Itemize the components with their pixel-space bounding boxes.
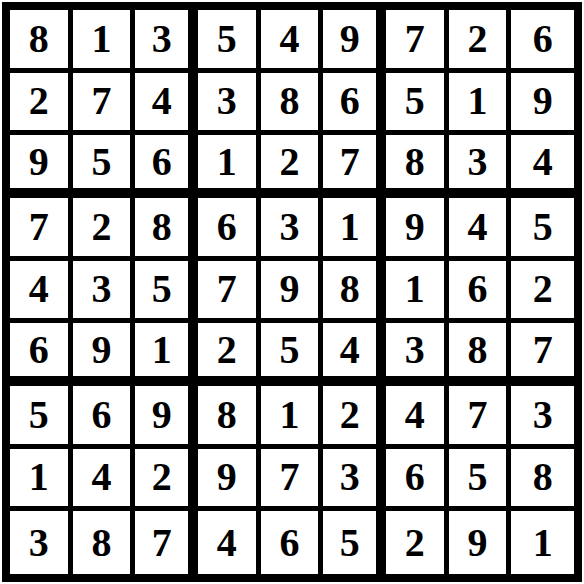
cell-r4c4[interactable]: 6 — [198, 198, 261, 261]
cell-r8c6[interactable]: 3 — [323, 449, 386, 512]
cell-r6c2[interactable]: 9 — [73, 323, 136, 386]
cell-r3c1[interactable]: 9 — [10, 135, 73, 198]
cell-r5c1[interactable]: 4 — [10, 261, 73, 324]
cell-r7c9[interactable]: 3 — [511, 386, 574, 449]
cell-r2c6[interactable]: 6 — [323, 73, 386, 136]
cell-r8c7[interactable]: 6 — [386, 449, 449, 512]
cell-r4c3[interactable]: 8 — [135, 198, 198, 261]
cell-r9c2[interactable]: 8 — [73, 511, 136, 574]
cell-r7c4[interactable]: 8 — [198, 386, 261, 449]
cell-r8c8[interactable]: 5 — [449, 449, 512, 512]
cell-r5c4[interactable]: 7 — [198, 261, 261, 324]
cell-r1c7[interactable]: 7 — [386, 10, 449, 73]
cell-r8c5[interactable]: 7 — [261, 449, 324, 512]
cell-r1c9[interactable]: 6 — [511, 10, 574, 73]
cell-r9c5[interactable]: 6 — [261, 511, 324, 574]
cell-r8c3[interactable]: 2 — [135, 449, 198, 512]
cell-r1c5[interactable]: 4 — [261, 10, 324, 73]
cell-r4c5[interactable]: 3 — [261, 198, 324, 261]
cell-r5c8[interactable]: 6 — [449, 261, 512, 324]
cell-r5c9[interactable]: 2 — [511, 261, 574, 324]
cell-r2c4[interactable]: 3 — [198, 73, 261, 136]
cell-r4c8[interactable]: 4 — [449, 198, 512, 261]
cell-r7c3[interactable]: 9 — [135, 386, 198, 449]
cell-r3c8[interactable]: 3 — [449, 135, 512, 198]
cell-r5c6[interactable]: 8 — [323, 261, 386, 324]
cell-r3c9[interactable]: 4 — [511, 135, 574, 198]
cell-r4c6[interactable]: 1 — [323, 198, 386, 261]
cell-r1c6[interactable]: 9 — [323, 10, 386, 73]
cell-r2c2[interactable]: 7 — [73, 73, 136, 136]
cell-r3c3[interactable]: 6 — [135, 135, 198, 198]
cell-r6c4[interactable]: 2 — [198, 323, 261, 386]
cell-r3c2[interactable]: 5 — [73, 135, 136, 198]
cell-r1c8[interactable]: 2 — [449, 10, 512, 73]
cell-r7c1[interactable]: 5 — [10, 386, 73, 449]
cell-r6c9[interactable]: 7 — [511, 323, 574, 386]
cell-r7c6[interactable]: 2 — [323, 386, 386, 449]
cell-r1c4[interactable]: 5 — [198, 10, 261, 73]
cell-r1c3[interactable]: 3 — [135, 10, 198, 73]
cell-r2c8[interactable]: 1 — [449, 73, 512, 136]
cell-r7c7[interactable]: 4 — [386, 386, 449, 449]
cell-r3c6[interactable]: 7 — [323, 135, 386, 198]
cell-r6c8[interactable]: 8 — [449, 323, 512, 386]
cell-r7c5[interactable]: 1 — [261, 386, 324, 449]
cell-r2c9[interactable]: 9 — [511, 73, 574, 136]
cell-r4c1[interactable]: 7 — [10, 198, 73, 261]
cell-r3c4[interactable]: 1 — [198, 135, 261, 198]
cell-r8c1[interactable]: 1 — [10, 449, 73, 512]
cell-r4c2[interactable]: 2 — [73, 198, 136, 261]
cell-r6c7[interactable]: 3 — [386, 323, 449, 386]
cell-r9c4[interactable]: 4 — [198, 511, 261, 574]
cell-r7c8[interactable]: 7 — [449, 386, 512, 449]
cell-r4c7[interactable]: 9 — [386, 198, 449, 261]
cell-r4c9[interactable]: 5 — [511, 198, 574, 261]
cell-r5c5[interactable]: 9 — [261, 261, 324, 324]
sudoku-board: 8135497262743865199561278347286319454357… — [2, 2, 582, 582]
cell-r5c3[interactable]: 5 — [135, 261, 198, 324]
cell-r2c5[interactable]: 8 — [261, 73, 324, 136]
cell-r5c2[interactable]: 3 — [73, 261, 136, 324]
cell-r3c5[interactable]: 2 — [261, 135, 324, 198]
cell-r9c8[interactable]: 9 — [449, 511, 512, 574]
cell-r2c3[interactable]: 4 — [135, 73, 198, 136]
cell-r8c9[interactable]: 8 — [511, 449, 574, 512]
cell-r8c2[interactable]: 4 — [73, 449, 136, 512]
cell-r5c7[interactable]: 1 — [386, 261, 449, 324]
cell-r6c1[interactable]: 6 — [10, 323, 73, 386]
cell-r2c1[interactable]: 2 — [10, 73, 73, 136]
cell-r7c2[interactable]: 6 — [73, 386, 136, 449]
cell-r9c9[interactable]: 1 — [511, 511, 574, 574]
cell-r3c7[interactable]: 8 — [386, 135, 449, 198]
cell-r9c6[interactable]: 5 — [323, 511, 386, 574]
cell-r9c7[interactable]: 2 — [386, 511, 449, 574]
cell-r9c3[interactable]: 7 — [135, 511, 198, 574]
cell-r6c5[interactable]: 5 — [261, 323, 324, 386]
cell-r9c1[interactable]: 3 — [10, 511, 73, 574]
cell-r1c1[interactable]: 8 — [10, 10, 73, 73]
cell-r6c6[interactable]: 4 — [323, 323, 386, 386]
cell-r6c3[interactable]: 1 — [135, 323, 198, 386]
cell-r8c4[interactable]: 9 — [198, 449, 261, 512]
cell-r1c2[interactable]: 1 — [73, 10, 136, 73]
cell-r2c7[interactable]: 5 — [386, 73, 449, 136]
